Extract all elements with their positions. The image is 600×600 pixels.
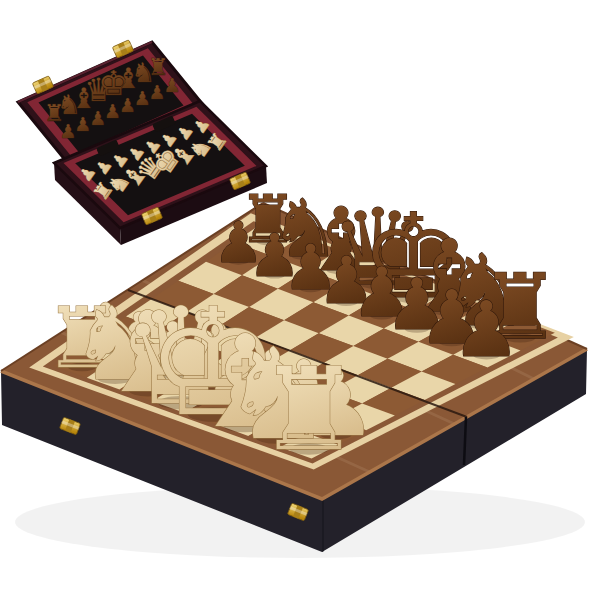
piece-white-rook-h1: ♜ — [258, 343, 360, 476]
piece-black-pawn-h7: ♟ — [452, 285, 521, 374]
scene-canvas: ♜♞♝♛♚♝♞♜♟♟♟♟♟♟♟♟♟♟♟♟♟♟♟♟♜♞♝♛♚♝♞♜♜♞♝♛♚♝♞♜… — [0, 0, 600, 600]
stored-dark-pawn-p-8: ♟ — [163, 74, 180, 96]
apron-front-corner-shade — [322, 499, 324, 552]
chess-set-product-photo: ♜♞♝♛♚♝♞♜♟♟♟♟♟♟♟♟♟♟♟♟♟♟♟♟♜♞♝♛♚♝♞♜♜♞♝♛♚♝♞♜… — [0, 0, 600, 600]
